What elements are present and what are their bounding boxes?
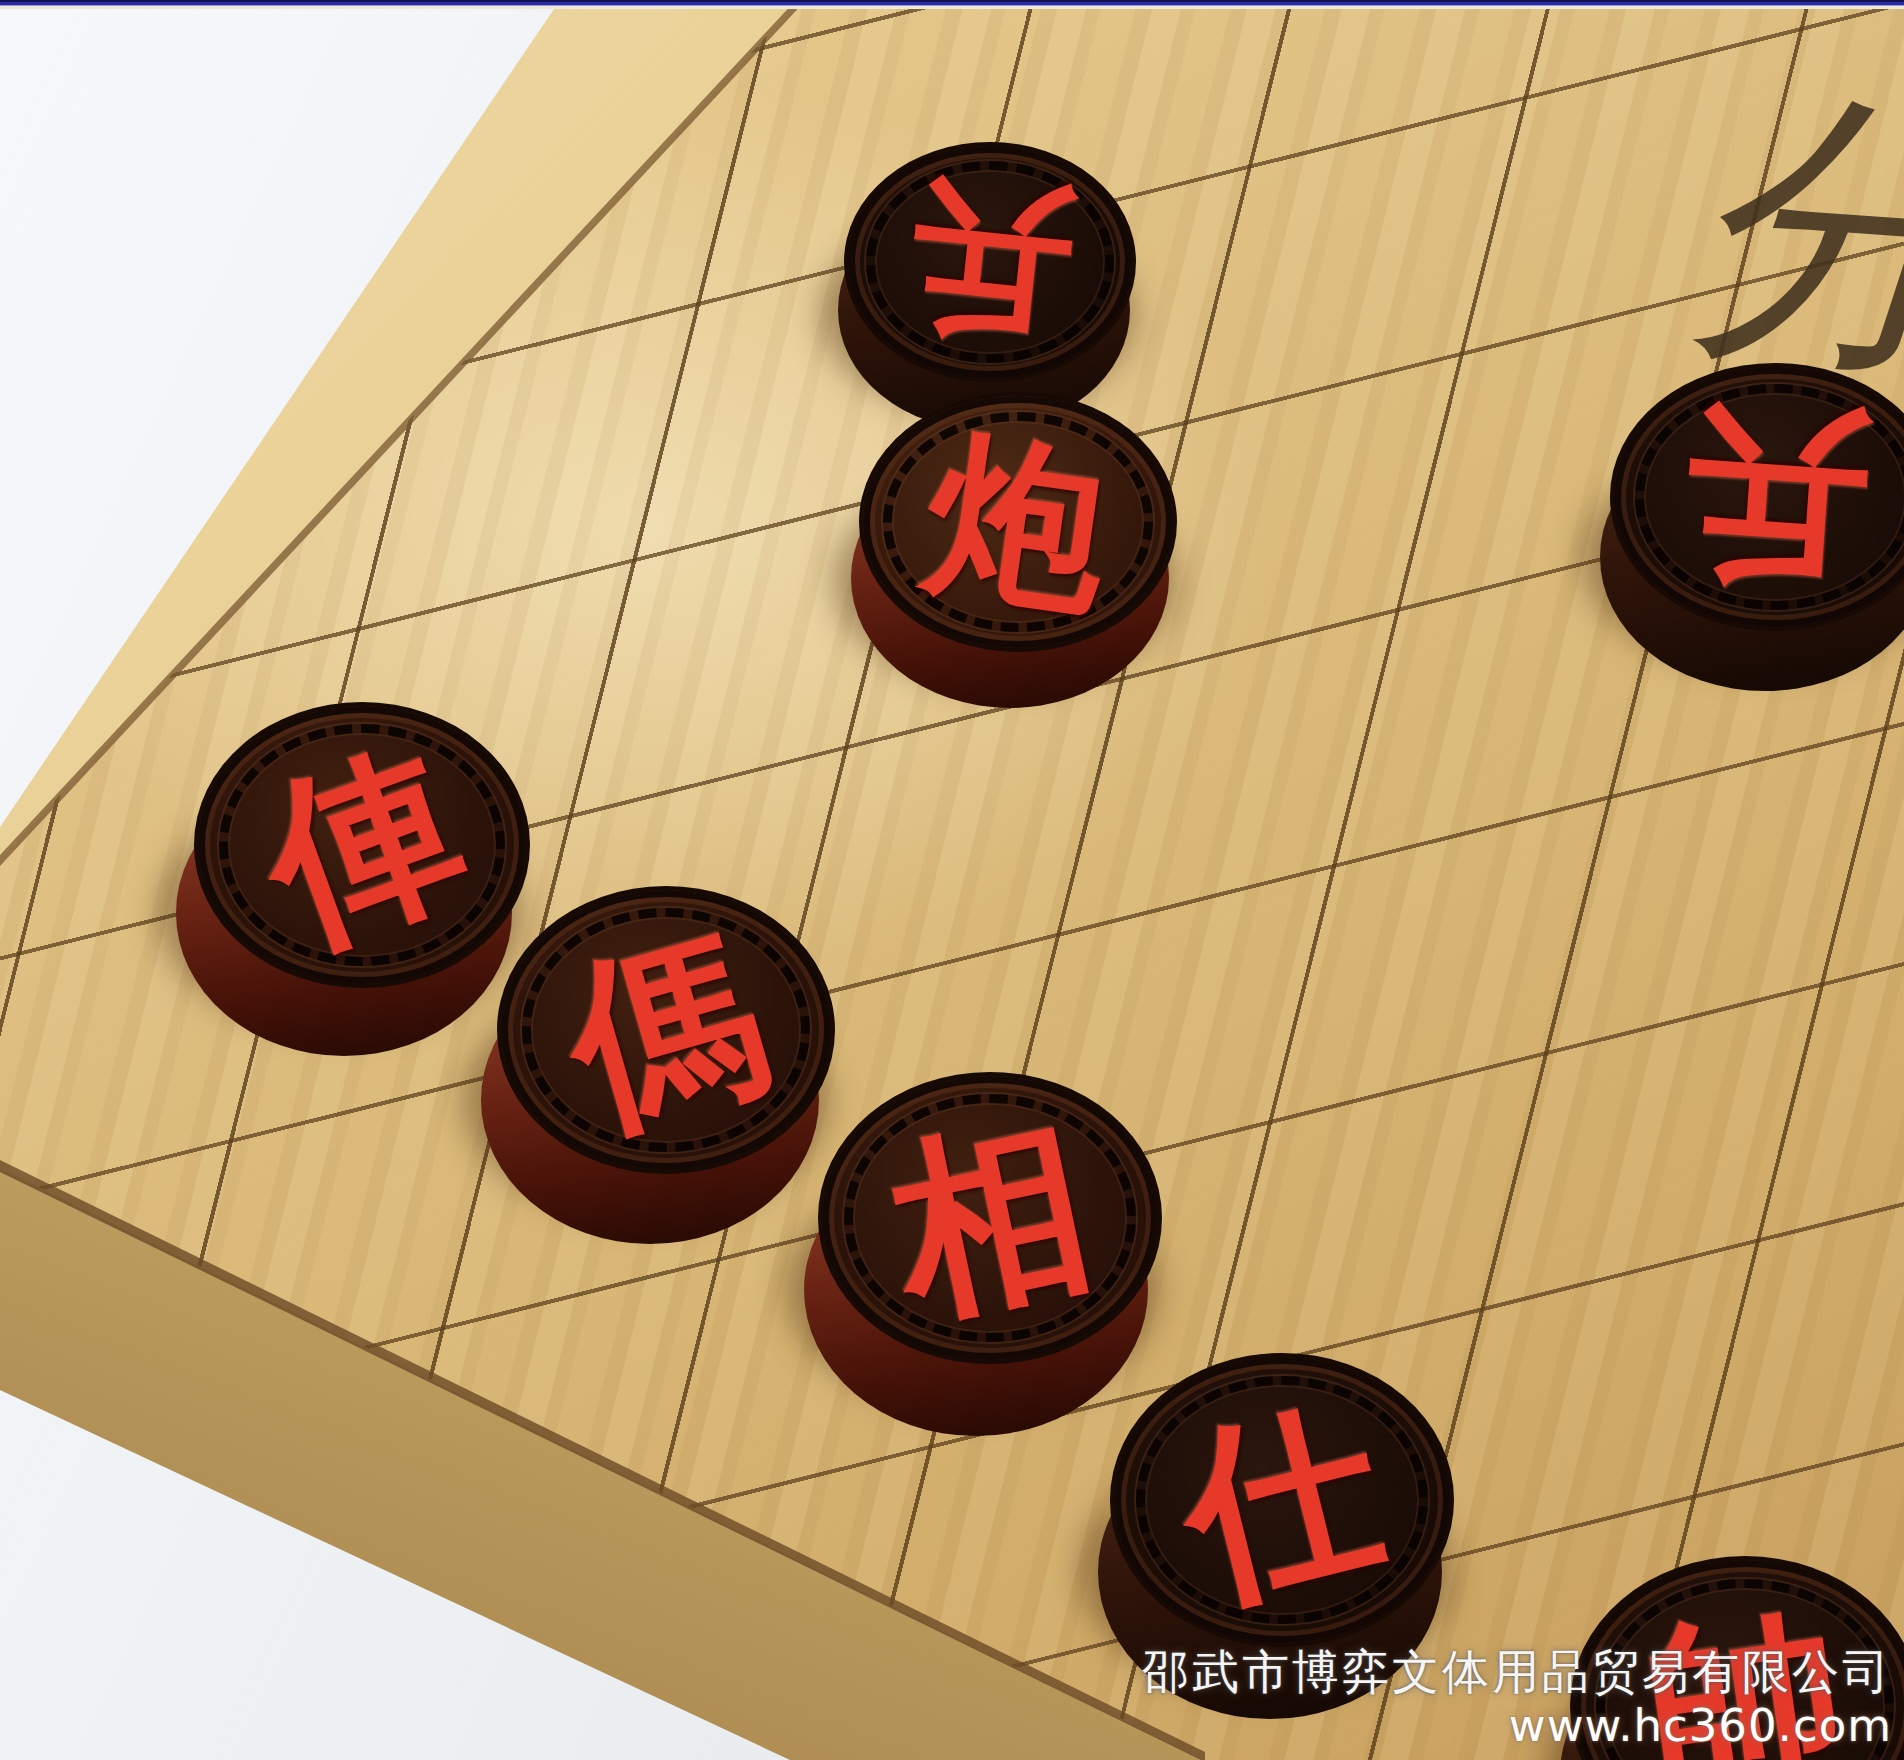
piece-cannon[interactable]: 炮 [859, 392, 1177, 652]
piece-face: 相 [818, 1072, 1162, 1364]
piece-face: 俥 [194, 702, 530, 988]
piece-advisor[interactable]: 仕 [1110, 1353, 1454, 1647]
piece-chariot[interactable]: 俥 [194, 702, 530, 988]
piece-soldier-top[interactable]: 兵 [844, 142, 1136, 382]
piece-face: 炮 [859, 392, 1177, 652]
piece-soldier-right[interactable]: 兵 [1610, 363, 1904, 631]
piece-character: 兵 [1676, 398, 1873, 595]
piece-face: 兵 [844, 142, 1136, 382]
piece-face: 仕 [1110, 1353, 1454, 1647]
piece-general[interactable]: 帥 [1570, 1556, 1904, 1760]
piece-character: 相 [876, 1104, 1104, 1332]
piece-face: 帥 [1570, 1556, 1904, 1760]
piece-elephant[interactable]: 相 [818, 1072, 1162, 1364]
piece-character: 炮 [917, 421, 1118, 622]
screenshot-top-border [0, 0, 1904, 9]
piece-character: 帥 [1634, 1595, 1855, 1760]
piece-character: 兵 [900, 172, 1080, 352]
product-photo: 分 兵 炮 兵 俥 [0, 0, 1904, 1760]
piece-horse[interactable]: 傌 [497, 886, 835, 1174]
piece-face: 傌 [497, 886, 835, 1174]
